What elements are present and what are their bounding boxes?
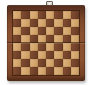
square-f4[interactable] [54,43,62,51]
square-c2[interactable] [30,59,38,67]
square-e5[interactable] [46,35,54,43]
square-c5[interactable] [30,35,38,43]
square-e1[interactable] [46,67,54,75]
square-h8[interactable] [71,11,79,19]
square-a5[interactable] [13,35,21,43]
square-h3[interactable] [71,51,79,59]
square-e8[interactable] [46,11,54,19]
board-grid [13,11,79,75]
square-h1[interactable] [71,67,79,75]
square-b4[interactable] [21,43,29,51]
photo-background [0,0,91,85]
square-a3[interactable] [13,51,21,59]
square-h4[interactable] [71,43,79,51]
square-f2[interactable] [54,59,62,67]
square-c4[interactable] [30,43,38,51]
square-a2[interactable] [13,59,21,67]
square-c6[interactable] [30,27,38,35]
square-h6[interactable] [71,27,79,35]
square-f1[interactable] [54,67,62,75]
square-d1[interactable] [38,67,46,75]
square-g1[interactable] [63,67,71,75]
square-e3[interactable] [46,51,54,59]
square-d4[interactable] [38,43,46,51]
square-f8[interactable] [54,11,62,19]
square-b2[interactable] [21,59,29,67]
square-a7[interactable] [13,19,21,27]
square-f7[interactable] [54,19,62,27]
square-h7[interactable] [71,19,79,27]
square-e2[interactable] [46,59,54,67]
square-h5[interactable] [71,35,79,43]
square-b5[interactable] [21,35,29,43]
square-a8[interactable] [13,11,21,19]
square-g3[interactable] [63,51,71,59]
square-a4[interactable] [13,43,21,51]
square-h2[interactable] [71,59,79,67]
square-c8[interactable] [30,11,38,19]
square-a6[interactable] [13,27,21,35]
square-f3[interactable] [54,51,62,59]
square-f6[interactable] [54,27,62,35]
square-e6[interactable] [46,27,54,35]
square-g8[interactable] [63,11,71,19]
square-g2[interactable] [63,59,71,67]
square-d8[interactable] [38,11,46,19]
square-c7[interactable] [30,19,38,27]
square-c3[interactable] [30,51,38,59]
square-d7[interactable] [38,19,46,27]
square-d5[interactable] [38,35,46,43]
square-b6[interactable] [21,27,29,35]
square-g5[interactable] [63,35,71,43]
square-d6[interactable] [38,27,46,35]
square-b3[interactable] [21,51,29,59]
square-g6[interactable] [63,27,71,35]
square-b7[interactable] [21,19,29,27]
square-g7[interactable] [63,19,71,27]
square-d3[interactable] [38,51,46,59]
square-g4[interactable] [63,43,71,51]
square-c1[interactable] [30,67,38,75]
chess-board[interactable] [7,5,85,81]
square-d2[interactable] [38,59,46,67]
square-a1[interactable] [13,67,21,75]
square-e7[interactable] [46,19,54,27]
square-f5[interactable] [54,35,62,43]
square-b8[interactable] [21,11,29,19]
square-b1[interactable] [21,67,29,75]
square-e4[interactable] [46,43,54,51]
